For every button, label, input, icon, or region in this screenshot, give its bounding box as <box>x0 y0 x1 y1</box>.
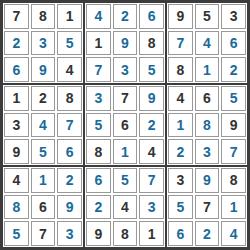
sudoku-cell-r2c7[interactable]: 7 <box>168 31 193 56</box>
sudoku-cell-r9c6[interactable]: 1 <box>139 221 164 246</box>
sudoku-cell-r7c4[interactable]: 6 <box>86 168 111 193</box>
sudoku-cell-r3c4[interactable]: 7 <box>86 57 111 82</box>
sudoku-cell-r8c3[interactable]: 9 <box>57 195 82 220</box>
sudoku-cell-r2c6[interactable]: 8 <box>139 31 164 56</box>
sudoku-cell-r2c3[interactable]: 5 <box>57 31 82 56</box>
sudoku-cell-r4c6[interactable]: 9 <box>139 86 164 111</box>
sudoku-cell-r8c4[interactable]: 2 <box>86 195 111 220</box>
sudoku-cell-r1c2[interactable]: 8 <box>31 4 56 29</box>
sudoku-cell-r5c6[interactable]: 2 <box>139 113 164 138</box>
sudoku-cell-r2c2[interactable]: 3 <box>31 31 56 56</box>
sudoku-cell-r7c8[interactable]: 9 <box>195 168 220 193</box>
sudoku-box-9: 398571624 <box>166 166 248 248</box>
sudoku-cell-r2c4[interactable]: 1 <box>86 31 111 56</box>
sudoku-cell-r4c2[interactable]: 2 <box>31 86 56 111</box>
sudoku-cell-r7c2[interactable]: 1 <box>31 168 56 193</box>
sudoku-cell-r9c7[interactable]: 6 <box>168 221 193 246</box>
sudoku-board: 781235694 426198735 953746812 128347956 … <box>0 0 250 250</box>
sudoku-cell-r6c9[interactable]: 7 <box>221 139 246 164</box>
sudoku-cell-r1c9[interactable]: 3 <box>221 4 246 29</box>
sudoku-cell-r4c1[interactable]: 1 <box>4 86 29 111</box>
sudoku-cell-r5c2[interactable]: 4 <box>31 113 56 138</box>
sudoku-cell-r8c6[interactable]: 3 <box>139 195 164 220</box>
sudoku-cell-r1c3[interactable]: 1 <box>57 4 82 29</box>
sudoku-cell-r5c9[interactable]: 9 <box>221 113 246 138</box>
sudoku-cell-r8c1[interactable]: 8 <box>4 195 29 220</box>
sudoku-cell-r1c8[interactable]: 5 <box>195 4 220 29</box>
sudoku-cell-r7c5[interactable]: 5 <box>113 168 138 193</box>
sudoku-cell-r8c5[interactable]: 4 <box>113 195 138 220</box>
sudoku-cell-r2c5[interactable]: 9 <box>113 31 138 56</box>
sudoku-cell-r1c6[interactable]: 6 <box>139 4 164 29</box>
sudoku-cell-r6c4[interactable]: 8 <box>86 139 111 164</box>
sudoku-cell-r1c7[interactable]: 9 <box>168 4 193 29</box>
sudoku-cell-r8c8[interactable]: 7 <box>195 195 220 220</box>
sudoku-cell-r2c8[interactable]: 4 <box>195 31 220 56</box>
sudoku-cell-r3c6[interactable]: 5 <box>139 57 164 82</box>
sudoku-cell-r6c2[interactable]: 5 <box>31 139 56 164</box>
sudoku-cell-r4c5[interactable]: 7 <box>113 86 138 111</box>
sudoku-cell-r4c3[interactable]: 8 <box>57 86 82 111</box>
sudoku-cell-r9c3[interactable]: 3 <box>57 221 82 246</box>
sudoku-cell-r8c9[interactable]: 1 <box>221 195 246 220</box>
sudoku-box-7: 412869573 <box>2 166 84 248</box>
sudoku-cell-r4c8[interactable]: 6 <box>195 86 220 111</box>
sudoku-box-1: 781235694 <box>2 2 84 84</box>
sudoku-cell-r3c1[interactable]: 6 <box>4 57 29 82</box>
sudoku-cell-r3c5[interactable]: 3 <box>113 57 138 82</box>
sudoku-cell-r6c8[interactable]: 3 <box>195 139 220 164</box>
sudoku-cell-r9c5[interactable]: 8 <box>113 221 138 246</box>
sudoku-cell-r3c9[interactable]: 2 <box>221 57 246 82</box>
sudoku-box-6: 465189237 <box>166 84 248 166</box>
sudoku-cell-r4c4[interactable]: 3 <box>86 86 111 111</box>
sudoku-cell-r6c6[interactable]: 4 <box>139 139 164 164</box>
sudoku-cell-r9c1[interactable]: 5 <box>4 221 29 246</box>
sudoku-cell-r7c7[interactable]: 3 <box>168 168 193 193</box>
sudoku-cell-r9c4[interactable]: 9 <box>86 221 111 246</box>
sudoku-cell-r9c2[interactable]: 7 <box>31 221 56 246</box>
sudoku-box-8: 657243981 <box>84 166 166 248</box>
sudoku-cell-r1c4[interactable]: 4 <box>86 4 111 29</box>
sudoku-cell-r5c1[interactable]: 3 <box>4 113 29 138</box>
sudoku-cell-r6c7[interactable]: 2 <box>168 139 193 164</box>
sudoku-cell-r6c1[interactable]: 9 <box>4 139 29 164</box>
sudoku-cell-r6c5[interactable]: 1 <box>113 139 138 164</box>
sudoku-cell-r4c7[interactable]: 4 <box>168 86 193 111</box>
sudoku-cell-r4c9[interactable]: 5 <box>221 86 246 111</box>
sudoku-box-5: 379562814 <box>84 84 166 166</box>
sudoku-cell-r3c2[interactable]: 9 <box>31 57 56 82</box>
sudoku-cell-r5c4[interactable]: 5 <box>86 113 111 138</box>
sudoku-cell-r8c2[interactable]: 6 <box>31 195 56 220</box>
sudoku-cell-r9c9[interactable]: 4 <box>221 221 246 246</box>
sudoku-box-3: 953746812 <box>166 2 248 84</box>
sudoku-cell-r2c9[interactable]: 6 <box>221 31 246 56</box>
sudoku-box-2: 426198735 <box>84 2 166 84</box>
sudoku-cell-r3c8[interactable]: 1 <box>195 57 220 82</box>
sudoku-cell-r7c9[interactable]: 8 <box>221 168 246 193</box>
sudoku-cell-r6c3[interactable]: 6 <box>57 139 82 164</box>
sudoku-cell-r1c5[interactable]: 2 <box>113 4 138 29</box>
sudoku-cell-r3c7[interactable]: 8 <box>168 57 193 82</box>
sudoku-cell-r5c5[interactable]: 6 <box>113 113 138 138</box>
sudoku-cell-r8c7[interactable]: 5 <box>168 195 193 220</box>
sudoku-cell-r9c8[interactable]: 2 <box>195 221 220 246</box>
sudoku-cell-r3c3[interactable]: 4 <box>57 57 82 82</box>
sudoku-cell-r7c6[interactable]: 7 <box>139 168 164 193</box>
sudoku-cell-r5c3[interactable]: 7 <box>57 113 82 138</box>
sudoku-cell-r7c1[interactable]: 4 <box>4 168 29 193</box>
sudoku-box-4: 128347956 <box>2 84 84 166</box>
sudoku-cell-r2c1[interactable]: 2 <box>4 31 29 56</box>
sudoku-cell-r7c3[interactable]: 2 <box>57 168 82 193</box>
sudoku-cell-r5c7[interactable]: 1 <box>168 113 193 138</box>
sudoku-cell-r5c8[interactable]: 8 <box>195 113 220 138</box>
sudoku-cell-r1c1[interactable]: 7 <box>4 4 29 29</box>
